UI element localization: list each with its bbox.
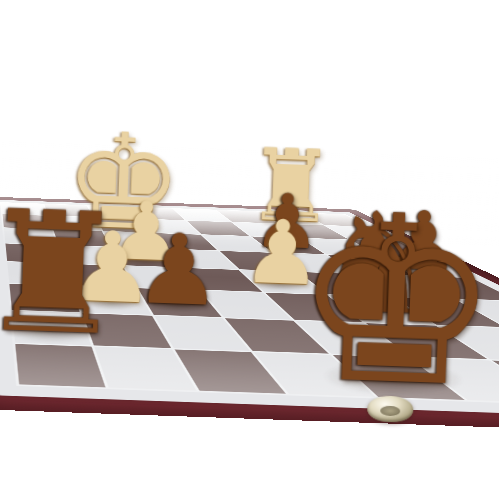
piece-black-pawn-c3: ♟: [134, 221, 224, 321]
pieces-layer: ♜♚♟♟♟♟♟♟♞♜♚: [0, 0, 499, 499]
chess-scene: ♜♚♟♟♟♟♟♟♞♜♚: [0, 0, 499, 499]
product-photo: ♜♚♟♟♟♟♟♟♞♜♚: [0, 0, 499, 499]
piece-black-rook-a2: ♜: [0, 188, 130, 360]
piece-black-king-e1: ♚: [289, 182, 499, 420]
